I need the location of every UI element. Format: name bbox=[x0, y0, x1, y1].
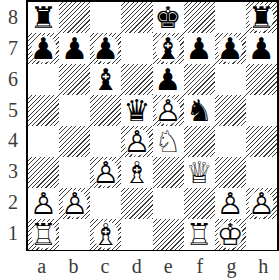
square-b6[interactable] bbox=[59, 64, 90, 95]
rank-labels: 87654321 bbox=[0, 2, 26, 249]
square-g5[interactable] bbox=[215, 95, 246, 126]
square-a5[interactable] bbox=[28, 95, 59, 126]
square-a6[interactable] bbox=[28, 64, 59, 95]
white-pawn[interactable]: ♙ bbox=[248, 188, 275, 219]
black-pawn[interactable]: ♟ bbox=[155, 64, 182, 95]
square-f8[interactable] bbox=[184, 2, 215, 33]
square-e8[interactable]: ♚ bbox=[153, 2, 184, 33]
square-e5[interactable]: ♙ bbox=[153, 95, 184, 126]
square-g4[interactable] bbox=[215, 126, 246, 157]
square-e7[interactable]: ♝ bbox=[153, 33, 184, 64]
white-pawn[interactable]: ♙ bbox=[61, 188, 88, 219]
square-e6[interactable]: ♟ bbox=[153, 64, 184, 95]
black-king[interactable]: ♚ bbox=[155, 2, 182, 33]
square-f2[interactable] bbox=[184, 188, 215, 219]
chess-board[interactable]: ♜♚♜♟♟♟♝♟♟♟♝♟♛♙♞♙♘♙♗♕♙♙♙♙♖♗♖♔ bbox=[26, 0, 279, 251]
rank-label-2: 2 bbox=[0, 187, 26, 218]
black-knight[interactable]: ♞ bbox=[186, 95, 213, 126]
square-c4[interactable] bbox=[90, 126, 121, 157]
file-label-b: b bbox=[58, 251, 90, 280]
rank-label-7: 7 bbox=[0, 33, 26, 64]
square-d2[interactable] bbox=[121, 188, 152, 219]
black-rook[interactable]: ♜ bbox=[30, 2, 57, 33]
file-label-h: h bbox=[247, 251, 279, 280]
square-b4[interactable] bbox=[59, 126, 90, 157]
white-bishop[interactable]: ♗ bbox=[92, 219, 119, 250]
square-a1[interactable]: ♖ bbox=[28, 219, 59, 250]
square-d1[interactable] bbox=[121, 219, 152, 250]
square-d5[interactable]: ♛ bbox=[121, 95, 152, 126]
square-h4[interactable] bbox=[246, 126, 277, 157]
white-pawn[interactable]: ♙ bbox=[123, 126, 150, 157]
file-label-d: d bbox=[121, 251, 153, 280]
square-f5[interactable]: ♞ bbox=[184, 95, 215, 126]
square-g1[interactable]: ♔ bbox=[215, 219, 246, 250]
square-h1[interactable] bbox=[246, 219, 277, 250]
white-king[interactable]: ♔ bbox=[217, 219, 244, 250]
square-d7[interactable] bbox=[121, 33, 152, 64]
file-labels: abcdefgh bbox=[26, 251, 279, 280]
black-queen[interactable]: ♛ bbox=[123, 95, 150, 126]
file-label-c: c bbox=[89, 251, 121, 280]
square-b2[interactable]: ♙ bbox=[59, 188, 90, 219]
square-a3[interactable] bbox=[28, 157, 59, 188]
square-a8[interactable]: ♜ bbox=[28, 2, 59, 33]
square-e3[interactable] bbox=[153, 157, 184, 188]
file-label-g: g bbox=[216, 251, 248, 280]
file-label-a: a bbox=[26, 251, 58, 280]
white-rook[interactable]: ♖ bbox=[30, 219, 57, 250]
square-g3[interactable] bbox=[215, 157, 246, 188]
square-f3[interactable]: ♕ bbox=[184, 157, 215, 188]
square-b3[interactable] bbox=[59, 157, 90, 188]
square-e4[interactable]: ♘ bbox=[153, 126, 184, 157]
square-c8[interactable] bbox=[90, 2, 121, 33]
rank-label-6: 6 bbox=[0, 64, 26, 95]
square-a7[interactable]: ♟ bbox=[28, 33, 59, 64]
square-e2[interactable] bbox=[153, 188, 184, 219]
white-pawn[interactable]: ♙ bbox=[30, 188, 57, 219]
square-d3[interactable]: ♗ bbox=[121, 157, 152, 188]
square-f6[interactable] bbox=[184, 64, 215, 95]
white-queen[interactable]: ♕ bbox=[186, 157, 213, 188]
white-bishop[interactable]: ♗ bbox=[123, 157, 150, 188]
rank-label-3: 3 bbox=[0, 156, 26, 187]
black-bishop[interactable]: ♝ bbox=[155, 33, 182, 64]
white-pawn[interactable]: ♙ bbox=[92, 157, 119, 188]
square-d6[interactable] bbox=[121, 64, 152, 95]
white-knight[interactable]: ♘ bbox=[155, 126, 182, 157]
square-c1[interactable]: ♗ bbox=[90, 219, 121, 250]
chess-diagram: 87654321 ♜♚♜♟♟♟♝♟♟♟♝♟♛♙♞♙♘♙♗♕♙♙♙♙♖♗♖♔ ab… bbox=[0, 0, 279, 280]
file-label-e: e bbox=[153, 251, 185, 280]
rank-label-4: 4 bbox=[0, 126, 26, 157]
square-c5[interactable] bbox=[90, 95, 121, 126]
square-f4[interactable] bbox=[184, 126, 215, 157]
black-pawn[interactable]: ♟ bbox=[217, 33, 244, 64]
square-c6[interactable]: ♝ bbox=[90, 64, 121, 95]
square-c7[interactable]: ♟ bbox=[90, 33, 121, 64]
black-rook[interactable]: ♜ bbox=[248, 2, 275, 33]
black-pawn[interactable]: ♟ bbox=[92, 33, 119, 64]
black-pawn[interactable]: ♟ bbox=[61, 33, 88, 64]
square-h3[interactable] bbox=[246, 157, 277, 188]
rank-label-8: 8 bbox=[0, 2, 26, 33]
black-pawn[interactable]: ♟ bbox=[30, 33, 57, 64]
square-c2[interactable] bbox=[90, 188, 121, 219]
square-a2[interactable]: ♙ bbox=[28, 188, 59, 219]
square-c3[interactable]: ♙ bbox=[90, 157, 121, 188]
white-pawn[interactable]: ♙ bbox=[217, 188, 244, 219]
file-label-f: f bbox=[184, 251, 216, 280]
white-pawn[interactable]: ♙ bbox=[155, 95, 182, 126]
white-rook[interactable]: ♖ bbox=[186, 219, 213, 250]
black-pawn[interactable]: ♟ bbox=[248, 33, 275, 64]
square-b7[interactable]: ♟ bbox=[59, 33, 90, 64]
square-h5[interactable] bbox=[246, 95, 277, 126]
square-h6[interactable] bbox=[246, 64, 277, 95]
square-f7[interactable]: ♟ bbox=[184, 33, 215, 64]
rank-label-1: 1 bbox=[0, 218, 26, 249]
rank-label-5: 5 bbox=[0, 95, 26, 126]
square-d4[interactable]: ♙ bbox=[121, 126, 152, 157]
square-h2[interactable]: ♙ bbox=[246, 188, 277, 219]
square-g6[interactable] bbox=[215, 64, 246, 95]
black-pawn[interactable]: ♟ bbox=[186, 33, 213, 64]
square-b5[interactable] bbox=[59, 95, 90, 126]
square-b1[interactable] bbox=[59, 219, 90, 250]
square-g7[interactable]: ♟ bbox=[215, 33, 246, 64]
square-f1[interactable]: ♖ bbox=[184, 219, 215, 250]
square-g8[interactable] bbox=[215, 2, 246, 33]
square-h7[interactable]: ♟ bbox=[246, 33, 277, 64]
square-e1[interactable] bbox=[153, 219, 184, 250]
square-a4[interactable] bbox=[28, 126, 59, 157]
square-h8[interactable]: ♜ bbox=[246, 2, 277, 33]
black-bishop[interactable]: ♝ bbox=[92, 64, 119, 95]
square-d8[interactable] bbox=[121, 2, 152, 33]
square-g2[interactable]: ♙ bbox=[215, 188, 246, 219]
square-b8[interactable] bbox=[59, 2, 90, 33]
